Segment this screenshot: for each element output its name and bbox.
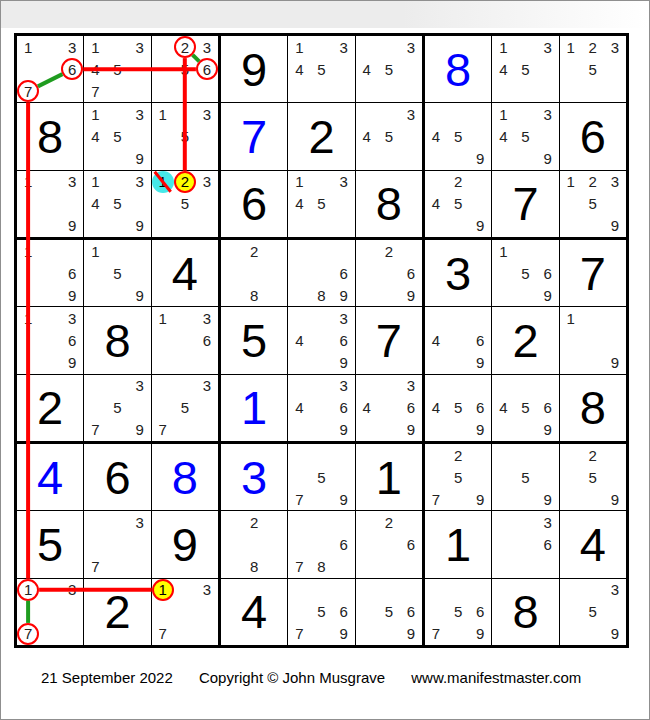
cell-r5c8[interactable]: 2 (492, 307, 558, 373)
cell-r5c6[interactable]: 7 (356, 307, 422, 373)
cell-r2c9[interactable]: 6 (560, 103, 626, 169)
candidate-empty (106, 419, 128, 441)
cell-r7c4[interactable]: 3 (221, 444, 287, 510)
cell-r7c6[interactable]: 1 (356, 444, 422, 510)
candidate-empty (356, 103, 378, 125)
candidate-empty (425, 375, 447, 397)
cell-r9c6[interactable]: 569 (356, 579, 422, 645)
candidate-empty (604, 80, 626, 102)
candidate-5: 5 (310, 466, 332, 488)
cell-r1c2[interactable]: 13457 (84, 36, 150, 102)
candidate-empty (356, 284, 378, 306)
candidate-empty (152, 352, 174, 374)
cell-r9c5[interactable]: 5679 (288, 579, 354, 645)
candidate-1: 1 (152, 171, 174, 193)
candidate-empty (425, 579, 447, 601)
candidate-9: 9 (469, 215, 491, 237)
candidate-empty (174, 329, 196, 351)
pencil-marks: 136 (152, 307, 218, 373)
candidate-1: 1 (560, 171, 582, 193)
candidate-empty (288, 419, 310, 441)
cell-r4c1[interactable]: 169 (17, 240, 83, 306)
candidate-empty (61, 240, 83, 262)
pencil-marks: 469 (425, 307, 491, 373)
cell-r8c8[interactable]: 36 (492, 511, 558, 577)
candidate-1: 1 (17, 171, 39, 193)
candidate-empty (447, 329, 469, 351)
pencil-marks: 2356 (152, 36, 218, 102)
candidate-empty (17, 58, 39, 80)
pencil-marks: 5679 (288, 579, 354, 645)
cell-r1c6[interactable]: 345 (356, 36, 422, 102)
candidate-empty (400, 556, 422, 578)
candidate-5: 5 (310, 193, 332, 215)
candidate-empty (106, 284, 128, 306)
cell-r9c1[interactable]: 137 (17, 579, 83, 645)
cell-r6c7[interactable]: 4569 (425, 375, 491, 441)
candidate-empty (514, 444, 536, 466)
cell-r3c9[interactable]: 12359 (560, 171, 626, 237)
cell-r4c6[interactable]: 269 (356, 240, 422, 306)
candidate-empty (288, 533, 310, 555)
candidate-empty (492, 466, 514, 488)
cell-r4c8[interactable]: 1569 (492, 240, 558, 306)
candidate-6: 6 (61, 262, 83, 284)
candidate-empty (243, 262, 265, 284)
cell-value: 1 (376, 454, 402, 501)
cell-r1c8[interactable]: 1345 (492, 36, 558, 102)
cell-r2c8[interactable]: 13459 (492, 103, 558, 169)
candidate-8: 8 (243, 284, 265, 306)
candidate-empty (425, 171, 447, 193)
pencil-marks: 137 (152, 579, 218, 645)
candidate-empty (61, 193, 83, 215)
candidate-8: 8 (310, 284, 332, 306)
cell-r1c3[interactable]: 2356 (152, 36, 218, 102)
candidate-9: 9 (537, 148, 559, 170)
candidate-empty (492, 80, 514, 102)
candidate-1: 1 (152, 579, 174, 601)
candidate-empty (514, 488, 536, 510)
candidate-empty (106, 556, 128, 578)
candidate-5: 5 (378, 58, 400, 80)
candidate-empty (288, 215, 310, 237)
candidate-2: 2 (582, 171, 604, 193)
pencil-marks: 13459 (84, 103, 150, 169)
cell-r4c4[interactable]: 28 (221, 240, 287, 306)
cell-r8c5[interactable]: 678 (288, 511, 354, 577)
candidate-1: 1 (152, 307, 174, 329)
candidate-empty (129, 533, 151, 555)
candidate-9: 9 (469, 148, 491, 170)
candidate-empty (560, 352, 582, 374)
candidate-6: 6 (333, 601, 355, 623)
candidate-1: 1 (492, 240, 514, 262)
cell-r3c3[interactable]: 1235 (152, 171, 218, 237)
cell-r6c2[interactable]: 3579 (84, 375, 150, 441)
candidate-3: 3 (129, 171, 151, 193)
candidate-9: 9 (469, 488, 491, 510)
candidate-empty (152, 375, 174, 397)
candidate-empty (84, 262, 106, 284)
cell-r6c4[interactable]: 1 (221, 375, 287, 441)
candidate-empty (333, 579, 355, 601)
candidate-empty (152, 193, 174, 215)
candidate-empty (39, 240, 61, 262)
candidate-6: 6 (469, 601, 491, 623)
cell-r8c6[interactable]: 26 (356, 511, 422, 577)
cell-r1c5[interactable]: 1345 (288, 36, 354, 102)
candidate-empty (221, 240, 243, 262)
cell-r1c4[interactable]: 9 (221, 36, 287, 102)
cell-r9c9[interactable]: 359 (560, 579, 626, 645)
cell-r2c7[interactable]: 459 (425, 103, 491, 169)
candidate-empty (129, 397, 151, 419)
candidate-empty (243, 533, 265, 555)
cell-r3c4[interactable]: 6 (221, 171, 287, 237)
cell-r3c1[interactable]: 139 (17, 171, 83, 237)
candidate-empty (196, 397, 218, 419)
candidate-empty (333, 556, 355, 578)
candidate-empty (492, 419, 514, 441)
candidate-empty (514, 240, 536, 262)
candidate-empty (333, 466, 355, 488)
candidate-5: 5 (447, 601, 469, 623)
cell-value: 6 (104, 454, 130, 501)
cell-r7c5[interactable]: 579 (288, 444, 354, 510)
candidate-empty (378, 148, 400, 170)
candidate-empty (604, 307, 626, 329)
candidate-empty (492, 556, 514, 578)
cell-value: 4 (241, 588, 267, 635)
candidate-4: 4 (84, 193, 106, 215)
cell-r2c1[interactable]: 8 (17, 103, 83, 169)
candidate-empty (378, 623, 400, 645)
candidate-1: 1 (17, 240, 39, 262)
candidate-empty (469, 125, 491, 147)
candidate-empty (514, 80, 536, 102)
candidate-3: 3 (333, 36, 355, 58)
candidate-empty (425, 352, 447, 374)
candidate-6: 6 (537, 397, 559, 419)
candidate-empty (356, 601, 378, 623)
candidate-1: 1 (288, 171, 310, 193)
cell-r4c7[interactable]: 3 (425, 240, 491, 306)
candidate-4: 4 (288, 58, 310, 80)
cell-r5c9[interactable]: 19 (560, 307, 626, 373)
candidate-empty (378, 284, 400, 306)
candidate-empty (333, 80, 355, 102)
candidate-empty (447, 307, 469, 329)
pencil-marks: 569 (356, 579, 422, 645)
candidate-empty (582, 307, 604, 329)
cell-r5c7[interactable]: 469 (425, 307, 491, 373)
cell-r1c9[interactable]: 1235 (560, 36, 626, 102)
candidate-empty (310, 444, 332, 466)
candidate-empty (447, 148, 469, 170)
candidate-empty (174, 601, 196, 623)
cell-r3c5[interactable]: 1345 (288, 171, 354, 237)
candidate-empty (174, 307, 196, 329)
cell-r6c3[interactable]: 357 (152, 375, 218, 441)
cell-r5c5[interactable]: 3469 (288, 307, 354, 373)
cell-r8c7[interactable]: 1 (425, 511, 491, 577)
cell-value: 9 (172, 521, 198, 568)
cell-r8c4[interactable]: 28 (221, 511, 287, 577)
candidate-empty (106, 171, 128, 193)
cell-r5c3[interactable]: 136 (152, 307, 218, 373)
candidate-empty (17, 329, 39, 351)
candidate-empty (17, 284, 39, 306)
cell-r6c9[interactable]: 8 (560, 375, 626, 441)
candidate-empty (265, 284, 287, 306)
candidate-5: 5 (447, 193, 469, 215)
candidate-empty (514, 148, 536, 170)
pencil-marks: 36 (492, 511, 558, 577)
candidate-5: 5 (310, 58, 332, 80)
candidate-empty (560, 215, 582, 237)
cell-r9c8[interactable]: 8 (492, 579, 558, 645)
candidate-empty (604, 601, 626, 623)
candidate-empty (106, 36, 128, 58)
pencil-marks: 2579 (425, 444, 491, 510)
candidate-empty (310, 511, 332, 533)
candidate-4: 4 (356, 58, 378, 80)
candidate-empty (17, 352, 39, 374)
cell-r5c4[interactable]: 5 (221, 307, 287, 373)
candidate-empty (152, 125, 174, 147)
candidate-8: 8 (243, 556, 265, 578)
cell-r9c2[interactable]: 2 (84, 579, 150, 645)
footer-site: www.manifestmaster.com (411, 669, 581, 686)
cell-r7c7[interactable]: 2579 (425, 444, 491, 510)
candidate-3: 3 (129, 103, 151, 125)
candidate-empty (447, 215, 469, 237)
candidate-3: 3 (604, 171, 626, 193)
cell-r4c5[interactable]: 689 (288, 240, 354, 306)
candidate-empty (537, 125, 559, 147)
candidate-empty (400, 58, 422, 80)
candidate-empty (196, 601, 218, 623)
cell-r5c1[interactable]: 1369 (17, 307, 83, 373)
candidate-empty (106, 215, 128, 237)
candidate-8: 8 (310, 556, 332, 578)
candidate-6: 6 (333, 329, 355, 351)
candidate-empty (425, 601, 447, 623)
candidate-empty (492, 488, 514, 510)
candidate-empty (447, 103, 469, 125)
candidate-empty (152, 148, 174, 170)
candidate-empty (514, 284, 536, 306)
pencil-marks: 4569 (425, 375, 491, 441)
cell-r7c9[interactable]: 259 (560, 444, 626, 510)
candidate-empty (196, 125, 218, 147)
candidate-2: 2 (243, 240, 265, 262)
cell-r7c2[interactable]: 6 (84, 444, 150, 510)
candidate-empty (288, 240, 310, 262)
pencil-marks: 28 (221, 240, 287, 306)
candidate-empty (514, 419, 536, 441)
candidate-empty (288, 375, 310, 397)
candidate-empty (492, 375, 514, 397)
candidate-empty (378, 419, 400, 441)
candidate-9: 9 (333, 419, 355, 441)
cell-r5c2[interactable]: 8 (84, 307, 150, 373)
cell-r4c2[interactable]: 159 (84, 240, 150, 306)
candidate-2: 2 (582, 36, 604, 58)
pencil-marks: 1345 (492, 36, 558, 102)
candidate-empty (560, 466, 582, 488)
cell-r7c8[interactable]: 59 (492, 444, 558, 510)
cell-r8c3[interactable]: 9 (152, 511, 218, 577)
candidate-empty (333, 240, 355, 262)
cell-r9c3[interactable]: 137 (152, 579, 218, 645)
candidate-1: 1 (84, 171, 106, 193)
candidate-9: 9 (333, 488, 355, 510)
cell-r1c7[interactable]: 8 (425, 36, 491, 102)
candidate-empty (288, 466, 310, 488)
cell-value: 9 (241, 46, 267, 93)
cell-r8c9[interactable]: 4 (560, 511, 626, 577)
candidate-empty (129, 240, 151, 262)
candidate-9: 9 (537, 419, 559, 441)
candidate-6: 6 (469, 397, 491, 419)
candidate-empty (84, 397, 106, 419)
candidate-5: 5 (582, 601, 604, 623)
candidate-empty (152, 215, 174, 237)
candidate-4: 4 (425, 125, 447, 147)
candidate-9: 9 (129, 148, 151, 170)
candidate-empty (560, 623, 582, 645)
candidate-6: 6 (400, 262, 422, 284)
candidate-empty (469, 103, 491, 125)
candidate-2: 2 (243, 511, 265, 533)
cell-value: 6 (241, 180, 267, 227)
candidate-empty (356, 375, 378, 397)
candidate-empty (39, 80, 61, 102)
candidate-empty (196, 193, 218, 215)
cell-value: 5 (37, 521, 63, 568)
candidate-5: 5 (106, 58, 128, 80)
candidate-empty (492, 284, 514, 306)
cell-value: 3 (241, 454, 267, 501)
candidate-empty (174, 375, 196, 397)
candidate-6: 6 (333, 533, 355, 555)
pencil-marks: 1235 (560, 36, 626, 102)
candidate-empty (582, 80, 604, 102)
candidate-empty (310, 488, 332, 510)
candidate-empty (61, 601, 83, 623)
candidate-empty (356, 579, 378, 601)
cell-r2c3[interactable]: 135 (152, 103, 218, 169)
candidate-empty (514, 511, 536, 533)
cell-r8c1[interactable]: 5 (17, 511, 83, 577)
candidate-empty (582, 623, 604, 645)
candidate-7: 7 (17, 623, 39, 645)
cell-value: 4 (172, 250, 198, 297)
candidate-empty (469, 171, 491, 193)
cell-r2c4[interactable]: 7 (221, 103, 287, 169)
cell-r8c2[interactable]: 37 (84, 511, 150, 577)
cell-r1c1[interactable]: 1367 (17, 36, 83, 102)
candidate-empty (310, 36, 332, 58)
cell-r7c3[interactable]: 8 (152, 444, 218, 510)
candidate-empty (333, 444, 355, 466)
candidate-1: 1 (17, 579, 39, 601)
cell-r3c8[interactable]: 7 (492, 171, 558, 237)
candidate-5: 5 (447, 466, 469, 488)
cell-value: 2 (308, 113, 334, 160)
cell-r6c5[interactable]: 3469 (288, 375, 354, 441)
cell-r2c6[interactable]: 345 (356, 103, 422, 169)
cell-r6c8[interactable]: 4569 (492, 375, 558, 441)
candidate-empty (17, 262, 39, 284)
candidate-empty (560, 329, 582, 351)
candidate-empty (537, 58, 559, 80)
candidate-empty (514, 375, 536, 397)
cell-r9c4[interactable]: 4 (221, 579, 287, 645)
cell-value: 8 (580, 384, 606, 431)
cell-r3c6[interactable]: 8 (356, 171, 422, 237)
candidate-5: 5 (174, 397, 196, 419)
cell-r3c7[interactable]: 2459 (425, 171, 491, 237)
candidate-empty (537, 466, 559, 488)
candidate-empty (469, 307, 491, 329)
candidate-empty (129, 193, 151, 215)
candidate-empty (425, 215, 447, 237)
candidate-9: 9 (469, 352, 491, 374)
candidate-empty (560, 444, 582, 466)
candidate-1: 1 (84, 103, 106, 125)
candidate-3: 3 (129, 511, 151, 533)
candidate-empty (310, 419, 332, 441)
candidate-empty (221, 511, 243, 533)
cell-value: 7 (241, 113, 267, 160)
candidate-empty (310, 375, 332, 397)
candidate-5: 5 (378, 125, 400, 147)
candidate-empty (492, 262, 514, 284)
cell-r2c2[interactable]: 13459 (84, 103, 150, 169)
candidate-empty (221, 533, 243, 555)
candidate-empty (39, 171, 61, 193)
candidate-empty (288, 601, 310, 623)
candidate-empty (221, 262, 243, 284)
candidate-empty (265, 262, 287, 284)
cell-value: 8 (172, 454, 198, 501)
sudoku-board: 1367134572356913453458134512358134591357… (14, 33, 629, 648)
cell-r9c7[interactable]: 5679 (425, 579, 491, 645)
candidate-empty (378, 36, 400, 58)
candidate-empty (400, 240, 422, 262)
candidate-empty (604, 444, 626, 466)
cell-r2c5[interactable]: 2 (288, 103, 354, 169)
cell-value: 2 (512, 317, 538, 364)
candidate-4: 4 (84, 58, 106, 80)
pencil-marks: 459 (425, 103, 491, 169)
cell-r7c1[interactable]: 4 (17, 444, 83, 510)
cell-r6c6[interactable]: 3469 (356, 375, 422, 441)
candidate-empty (196, 80, 218, 102)
cell-r6c1[interactable]: 2 (17, 375, 83, 441)
cell-r4c9[interactable]: 7 (560, 240, 626, 306)
candidate-empty (310, 533, 332, 555)
candidate-empty (537, 80, 559, 102)
candidate-empty (174, 80, 196, 102)
cell-r3c2[interactable]: 13459 (84, 171, 150, 237)
cell-r4c3[interactable]: 4 (152, 240, 218, 306)
candidate-6: 6 (196, 58, 218, 80)
candidate-empty (39, 579, 61, 601)
